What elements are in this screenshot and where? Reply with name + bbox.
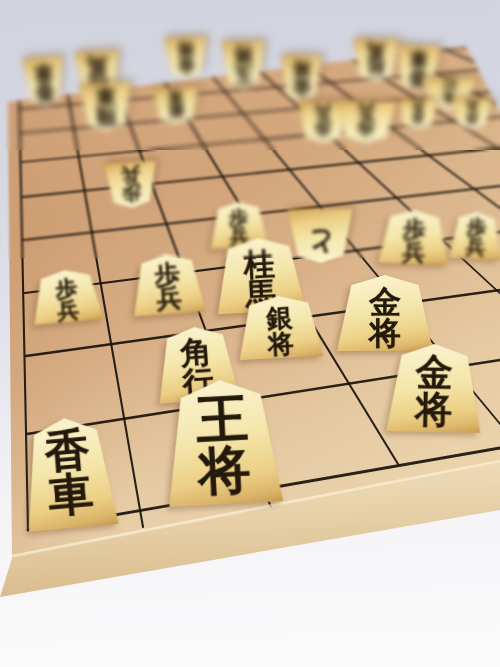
piece-gote-knight-2a[interactable]: 桂馬 (353, 39, 400, 82)
lance-kanji-label: 香車 (19, 414, 118, 531)
piece-gote-pawn-3c[interactable]: 歩兵 (336, 100, 397, 143)
gold-kanji-label: 金将 (337, 275, 433, 351)
lance-kanji-label: 香車 (22, 56, 65, 108)
piece-gote-rook-8b[interactable]: 飛車 (79, 82, 133, 133)
gold-kanji-label: 金将 (386, 343, 482, 433)
piece-sente-lance-9i[interactable]: 香車 (19, 414, 118, 531)
silver-kanji-label: 銀将 (152, 87, 199, 125)
piece-sente-pawn-4f[interactable]: 歩兵 (449, 211, 500, 261)
gold-kanji-label: 金将 (281, 55, 322, 101)
pawn-kanji-label: 歩兵 (30, 267, 104, 325)
pawn-kanji-label: 歩兵 (449, 211, 500, 261)
piece-gote-pawn-2c[interactable]: 歩兵 (398, 99, 439, 130)
pawn-kanji-label: 歩兵 (378, 209, 450, 265)
piece-gote-king-5a[interactable]: 玉将 (222, 41, 266, 90)
piece-gote-gold-6a[interactable]: 金将 (164, 36, 207, 79)
rook-kanji-label: 飛車 (79, 82, 133, 133)
knight-kanji-label: 桂馬 (353, 39, 400, 82)
pieces-layer: 金将桂馬玉将香車桂馬金将香車角行銀将歩兵歩兵飛車歩兵歩兵歩兵歩兵歩兵と歩兵桂馬歩… (0, 0, 500, 667)
silver-kanji-label: 銀将 (236, 294, 323, 360)
photo-scene: 金将桂馬玉将香車桂馬金将香車角行銀将歩兵歩兵飛車歩兵歩兵歩兵歩兵歩兵と歩兵桂馬歩… (0, 0, 500, 667)
piece-sente-gold-6i[interactable]: 金将 (386, 343, 482, 433)
king-kanji-label: 玉将 (222, 41, 266, 90)
pawn-kanji-label: 歩兵 (104, 161, 158, 210)
piece-sente-king-8i[interactable]: 王将 (163, 377, 283, 507)
piece-gote-pawn-1c[interactable]: 歩兵 (451, 97, 492, 129)
pawn-kanji-label: 歩兵 (451, 97, 492, 129)
piece-sente-pawn-8g[interactable]: 歩兵 (130, 252, 206, 317)
piece-sente-silver-7h[interactable]: 銀将 (236, 294, 323, 360)
piece-sente-pawn-9g[interactable]: 歩兵 (30, 267, 104, 325)
king-kanji-label: 王将 (163, 377, 283, 507)
pawn-kanji-label: 歩兵 (336, 100, 397, 143)
piece-gote-silver-6b[interactable]: 銀将 (152, 87, 199, 125)
piece-gote-lance-9a[interactable]: 香車 (22, 56, 65, 108)
gold-kanji-label: 金将 (164, 36, 207, 79)
pawn-kanji-label: 歩兵 (398, 99, 439, 130)
piece-gote-gold-4a[interactable]: 金将 (281, 55, 322, 101)
piece-sente-pawn-5f[interactable]: 歩兵 (378, 209, 450, 265)
piece-gote-pawn-8d[interactable]: 歩兵 (104, 161, 158, 210)
pawn-kanji-label: 歩兵 (130, 252, 206, 317)
piece-sente-gold-6h[interactable]: 金将 (337, 275, 433, 351)
